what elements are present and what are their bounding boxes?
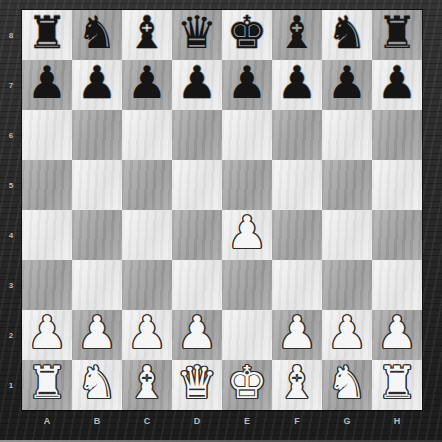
square-g4[interactable] bbox=[322, 210, 372, 260]
piece-black-pawn[interactable]: ♟ bbox=[127, 58, 167, 108]
square-c4[interactable] bbox=[122, 210, 172, 260]
piece-black-queen[interactable]: ♛ bbox=[177, 8, 217, 58]
square-b2[interactable]: ♟ bbox=[72, 310, 122, 360]
piece-black-pawn[interactable]: ♟ bbox=[327, 58, 367, 108]
piece-white-king[interactable]: ♚ bbox=[227, 358, 267, 408]
piece-black-pawn[interactable]: ♟ bbox=[27, 58, 67, 108]
square-d2[interactable]: ♟ bbox=[172, 310, 222, 360]
piece-white-pawn[interactable]: ♟ bbox=[177, 308, 217, 358]
rank-label-3: 3 bbox=[0, 260, 22, 310]
square-h8[interactable]: ♜ bbox=[372, 10, 422, 60]
square-a5[interactable] bbox=[22, 160, 72, 210]
square-e7[interactable]: ♟ bbox=[222, 60, 272, 110]
square-g8[interactable]: ♞ bbox=[322, 10, 372, 60]
piece-white-rook[interactable]: ♜ bbox=[27, 358, 67, 408]
square-h1[interactable]: ♜ bbox=[372, 360, 422, 410]
square-e8[interactable]: ♚ bbox=[222, 10, 272, 60]
file-label-a: A bbox=[22, 414, 72, 428]
square-c1[interactable]: ♝ bbox=[122, 360, 172, 410]
file-label-f: F bbox=[272, 414, 322, 428]
square-h4[interactable] bbox=[372, 210, 422, 260]
chess-board-frame: ♜♞♝♛♚♝♞♜♟♟♟♟♟♟♟♟♟♟♟♟♟♟♟♟♜♞♝♛♚♝♞♜ 8765432… bbox=[0, 0, 442, 442]
square-a1[interactable]: ♜ bbox=[22, 360, 72, 410]
piece-white-knight[interactable]: ♞ bbox=[77, 358, 117, 408]
square-h6[interactable] bbox=[372, 110, 422, 160]
square-f2[interactable]: ♟ bbox=[272, 310, 322, 360]
piece-black-pawn[interactable]: ♟ bbox=[277, 58, 317, 108]
rank-label-1: 1 bbox=[0, 360, 22, 410]
rank-label-5: 5 bbox=[0, 160, 22, 210]
square-h2[interactable]: ♟ bbox=[372, 310, 422, 360]
square-g3[interactable] bbox=[322, 260, 372, 310]
piece-white-pawn[interactable]: ♟ bbox=[77, 308, 117, 358]
square-e1[interactable]: ♚ bbox=[222, 360, 272, 410]
square-f1[interactable]: ♝ bbox=[272, 360, 322, 410]
piece-white-rook[interactable]: ♜ bbox=[377, 358, 417, 408]
square-g1[interactable]: ♞ bbox=[322, 360, 372, 410]
square-a3[interactable] bbox=[22, 260, 72, 310]
piece-white-queen[interactable]: ♛ bbox=[177, 358, 217, 408]
square-h7[interactable]: ♟ bbox=[372, 60, 422, 110]
square-c2[interactable]: ♟ bbox=[122, 310, 172, 360]
square-f3[interactable] bbox=[272, 260, 322, 310]
file-labels: ABCDEFGH bbox=[22, 414, 422, 428]
piece-white-pawn[interactable]: ♟ bbox=[27, 308, 67, 358]
piece-black-rook[interactable]: ♜ bbox=[27, 8, 67, 58]
square-b1[interactable]: ♞ bbox=[72, 360, 122, 410]
square-b8[interactable]: ♞ bbox=[72, 10, 122, 60]
square-f7[interactable]: ♟ bbox=[272, 60, 322, 110]
square-c7[interactable]: ♟ bbox=[122, 60, 172, 110]
square-e3[interactable] bbox=[222, 260, 272, 310]
piece-white-pawn[interactable]: ♟ bbox=[277, 308, 317, 358]
square-h3[interactable] bbox=[372, 260, 422, 310]
piece-black-knight[interactable]: ♞ bbox=[327, 8, 367, 58]
piece-white-pawn[interactable]: ♟ bbox=[227, 208, 267, 258]
piece-black-pawn[interactable]: ♟ bbox=[377, 58, 417, 108]
square-f5[interactable] bbox=[272, 160, 322, 210]
square-c8[interactable]: ♝ bbox=[122, 10, 172, 60]
square-e2[interactable] bbox=[222, 310, 272, 360]
piece-white-knight[interactable]: ♞ bbox=[327, 358, 367, 408]
square-h5[interactable] bbox=[372, 160, 422, 210]
square-e4[interactable]: ♟ bbox=[222, 210, 272, 260]
rank-labels: 87654321 bbox=[0, 10, 22, 410]
piece-black-pawn[interactable]: ♟ bbox=[177, 58, 217, 108]
file-label-c: C bbox=[122, 414, 172, 428]
square-e5[interactable] bbox=[222, 160, 272, 210]
rank-label-4: 4 bbox=[0, 210, 22, 260]
square-f6[interactable] bbox=[272, 110, 322, 160]
piece-black-rook[interactable]: ♜ bbox=[377, 8, 417, 58]
rank-label-2: 2 bbox=[0, 310, 22, 360]
square-d3[interactable] bbox=[172, 260, 222, 310]
square-e6[interactable] bbox=[222, 110, 272, 160]
piece-white-pawn[interactable]: ♟ bbox=[127, 308, 167, 358]
piece-black-bishop[interactable]: ♝ bbox=[277, 8, 317, 58]
square-a8[interactable]: ♜ bbox=[22, 10, 72, 60]
square-b7[interactable]: ♟ bbox=[72, 60, 122, 110]
square-d4[interactable] bbox=[172, 210, 222, 260]
square-d6[interactable] bbox=[172, 110, 222, 160]
square-d5[interactable] bbox=[172, 160, 222, 210]
piece-white-pawn[interactable]: ♟ bbox=[327, 308, 367, 358]
square-f4[interactable] bbox=[272, 210, 322, 260]
file-label-e: E bbox=[222, 414, 272, 428]
piece-white-pawn[interactable]: ♟ bbox=[377, 308, 417, 358]
square-d8[interactable]: ♛ bbox=[172, 10, 222, 60]
piece-white-bishop[interactable]: ♝ bbox=[127, 358, 167, 408]
rank-label-6: 6 bbox=[0, 110, 22, 160]
square-d7[interactable]: ♟ bbox=[172, 60, 222, 110]
piece-black-king[interactable]: ♚ bbox=[227, 8, 267, 58]
square-a6[interactable] bbox=[22, 110, 72, 160]
square-b4[interactable] bbox=[72, 210, 122, 260]
file-label-b: B bbox=[72, 414, 122, 428]
square-b3[interactable] bbox=[72, 260, 122, 310]
file-label-h: H bbox=[372, 414, 422, 428]
square-c5[interactable] bbox=[122, 160, 172, 210]
square-g6[interactable] bbox=[322, 110, 372, 160]
square-a4[interactable] bbox=[22, 210, 72, 260]
square-g2[interactable]: ♟ bbox=[322, 310, 372, 360]
file-label-g: G bbox=[322, 414, 372, 428]
square-a2[interactable]: ♟ bbox=[22, 310, 72, 360]
piece-black-pawn[interactable]: ♟ bbox=[77, 58, 117, 108]
square-d1[interactable]: ♛ bbox=[172, 360, 222, 410]
chess-board: ♜♞♝♛♚♝♞♜♟♟♟♟♟♟♟♟♟♟♟♟♟♟♟♟♜♞♝♛♚♝♞♜ bbox=[22, 10, 422, 410]
piece-white-bishop[interactable]: ♝ bbox=[277, 358, 317, 408]
square-g5[interactable] bbox=[322, 160, 372, 210]
square-c6[interactable] bbox=[122, 110, 172, 160]
piece-black-knight[interactable]: ♞ bbox=[77, 8, 117, 58]
rank-label-7: 7 bbox=[0, 60, 22, 110]
square-g7[interactable]: ♟ bbox=[322, 60, 372, 110]
square-c3[interactable] bbox=[122, 260, 172, 310]
piece-black-pawn[interactable]: ♟ bbox=[227, 58, 267, 108]
file-label-d: D bbox=[172, 414, 222, 428]
square-a7[interactable]: ♟ bbox=[22, 60, 72, 110]
square-f8[interactable]: ♝ bbox=[272, 10, 322, 60]
piece-black-bishop[interactable]: ♝ bbox=[127, 8, 167, 58]
rank-label-8: 8 bbox=[0, 10, 22, 60]
square-b5[interactable] bbox=[72, 160, 122, 210]
square-b6[interactable] bbox=[72, 110, 122, 160]
